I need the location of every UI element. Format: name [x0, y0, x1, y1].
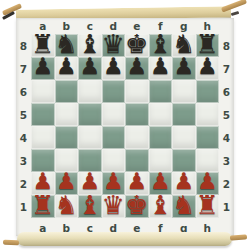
- piece-black-pawn-d7: ♟: [102, 55, 126, 78]
- piece-black-pawn-h7: ♟: [196, 55, 220, 78]
- rank-label-left-4: 4: [16, 126, 31, 149]
- square-e4: [125, 126, 149, 149]
- piece-black-rook-a8: ♜: [31, 32, 55, 55]
- bottom-roll: [17, 232, 232, 246]
- square-f1: ♝: [149, 195, 173, 218]
- square-a6: [31, 80, 55, 103]
- square-e1: ♚: [125, 195, 149, 218]
- piece-black-pawn-f7: ♟: [149, 55, 173, 78]
- square-e5: [125, 103, 149, 126]
- piece-black-pawn-b7: ♟: [55, 55, 79, 78]
- rank-label-right-6: 6: [219, 80, 234, 103]
- rank-label-left-7: 7: [16, 57, 31, 80]
- demo-chess-board-photo: abcdefgh8♜♞♝♛♚♝♞♜87♟♟♟♟♟♟♟♟7665544332♟♟♟…: [0, 0, 250, 250]
- square-b1: ♞: [55, 195, 79, 218]
- square-b6: [55, 80, 79, 103]
- corner-top-left: [16, 18, 31, 34]
- piece-red-rook-h1: ♜: [196, 193, 220, 216]
- square-h6: [196, 80, 220, 103]
- square-g4: [172, 126, 196, 149]
- rank-label-left-5: 5: [16, 103, 31, 126]
- square-h5: [196, 103, 220, 126]
- square-h1: ♜: [196, 195, 220, 218]
- bottom-dowel-right-end: [230, 234, 247, 240]
- square-d1: ♛: [102, 195, 126, 218]
- piece-black-pawn-e7: ♟: [125, 55, 149, 78]
- square-c4: [78, 126, 102, 149]
- top-dowel-right-end: [221, 0, 247, 12]
- rank-label-right-7: 7: [219, 57, 234, 80]
- piece-black-rook-h8: ♜: [196, 32, 220, 55]
- square-g1: ♞: [172, 195, 196, 218]
- square-a4: [31, 126, 55, 149]
- square-f4: [149, 126, 173, 149]
- piece-red-queen-d1: ♛: [102, 193, 126, 216]
- square-b5: [55, 103, 79, 126]
- piece-black-bishop-f8: ♝: [149, 32, 173, 55]
- square-d4: [102, 126, 126, 149]
- rank-label-left-2: 2: [16, 172, 31, 195]
- square-h7: ♟: [196, 57, 220, 80]
- piece-black-king-e8: ♚: [125, 32, 149, 55]
- square-c1: ♝: [78, 195, 102, 218]
- rank-label-right-1: 1: [219, 195, 234, 218]
- square-b7: ♟: [55, 57, 79, 80]
- corner-top-right: [219, 18, 234, 34]
- square-d6: [102, 80, 126, 103]
- piece-black-pawn-a7: ♟: [31, 55, 55, 78]
- square-h4: [196, 126, 220, 149]
- piece-black-knight-g8: ♞: [172, 32, 196, 55]
- square-g5: [172, 103, 196, 126]
- rank-label-right-3: 3: [219, 149, 234, 172]
- rank-label-right-5: 5: [219, 103, 234, 126]
- piece-black-queen-d8: ♛: [102, 32, 126, 55]
- piece-red-king-e1: ♚: [125, 193, 149, 216]
- piece-red-bishop-f1: ♝: [149, 193, 173, 216]
- rank-label-left-8: 8: [16, 34, 31, 57]
- square-g7: ♟: [172, 57, 196, 80]
- piece-black-pawn-c7: ♟: [78, 55, 102, 78]
- rank-label-right-2: 2: [219, 172, 234, 195]
- rank-label-right-8: 8: [219, 34, 234, 57]
- piece-red-knight-g1: ♞: [172, 193, 196, 216]
- square-a7: ♟: [31, 57, 55, 80]
- piece-red-rook-a1: ♜: [31, 193, 55, 216]
- square-a1: ♜: [31, 195, 55, 218]
- piece-black-bishop-c8: ♝: [78, 32, 102, 55]
- square-e7: ♟: [125, 57, 149, 80]
- rank-label-right-4: 4: [219, 126, 234, 149]
- square-c5: [78, 103, 102, 126]
- square-f7: ♟: [149, 57, 173, 80]
- piece-black-pawn-g7: ♟: [172, 55, 196, 78]
- piece-black-knight-b8: ♞: [55, 32, 79, 55]
- rank-label-left-1: 1: [16, 195, 31, 218]
- square-a5: [31, 103, 55, 126]
- right-hanging-hook: [231, 11, 240, 16]
- square-b4: [55, 126, 79, 149]
- square-d7: ♟: [102, 57, 126, 80]
- board-grid: abcdefgh8♜♞♝♛♚♝♞♜87♟♟♟♟♟♟♟♟7665544332♟♟♟…: [16, 18, 234, 236]
- square-d5: [102, 103, 126, 126]
- square-e6: [125, 80, 149, 103]
- bottom-dowel-left-end: [3, 240, 19, 246]
- piece-red-bishop-c1: ♝: [78, 193, 102, 216]
- vinyl-banner: abcdefgh8♜♞♝♛♚♝♞♜87♟♟♟♟♟♟♟♟7665544332♟♟♟…: [16, 18, 234, 236]
- rank-label-left-6: 6: [16, 80, 31, 103]
- rank-label-left-3: 3: [16, 149, 31, 172]
- square-c7: ♟: [78, 57, 102, 80]
- piece-red-knight-b1: ♞: [55, 193, 79, 216]
- square-f5: [149, 103, 173, 126]
- square-f6: [149, 80, 173, 103]
- square-c6: [78, 80, 102, 103]
- square-g6: [172, 80, 196, 103]
